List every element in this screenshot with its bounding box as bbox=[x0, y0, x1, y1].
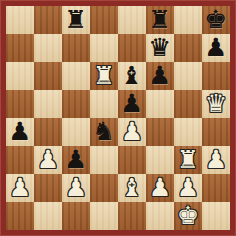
square-e2[interactable]: ♝ bbox=[118, 174, 146, 202]
square-c5[interactable] bbox=[62, 90, 90, 118]
square-e5[interactable]: ♟ bbox=[118, 90, 146, 118]
black-knight[interactable]: ♞ bbox=[93, 118, 115, 146]
square-d8[interactable] bbox=[90, 6, 118, 34]
square-h4[interactable] bbox=[202, 118, 230, 146]
black-bishop[interactable]: ♝ bbox=[121, 62, 143, 90]
white-rook[interactable]: ♜ bbox=[93, 62, 115, 90]
square-b8[interactable] bbox=[34, 6, 62, 34]
white-pawn[interactable]: ♟ bbox=[121, 118, 143, 146]
black-rook[interactable]: ♜ bbox=[65, 6, 87, 34]
white-pawn[interactable]: ♟ bbox=[205, 146, 227, 174]
square-e3[interactable] bbox=[118, 146, 146, 174]
square-f1[interactable] bbox=[146, 202, 174, 230]
square-h2[interactable] bbox=[202, 174, 230, 202]
square-a2[interactable]: ♟ bbox=[6, 174, 34, 202]
white-bishop[interactable]: ♝ bbox=[121, 174, 143, 202]
square-f2[interactable]: ♟ bbox=[146, 174, 174, 202]
square-b3[interactable]: ♟ bbox=[34, 146, 62, 174]
white-pawn[interactable]: ♟ bbox=[149, 174, 171, 202]
square-g8[interactable] bbox=[174, 6, 202, 34]
square-a4[interactable]: ♟ bbox=[6, 118, 34, 146]
black-king[interactable]: ♚ bbox=[205, 6, 227, 34]
square-g3[interactable]: ♜ bbox=[174, 146, 202, 174]
square-b1[interactable] bbox=[34, 202, 62, 230]
square-f3[interactable] bbox=[146, 146, 174, 174]
square-f4[interactable] bbox=[146, 118, 174, 146]
white-king[interactable]: ♚ bbox=[177, 202, 199, 230]
square-d7[interactable] bbox=[90, 34, 118, 62]
square-e7[interactable] bbox=[118, 34, 146, 62]
white-pawn[interactable]: ♟ bbox=[65, 174, 87, 202]
square-c8[interactable]: ♜ bbox=[62, 6, 90, 34]
black-queen[interactable]: ♛ bbox=[149, 34, 171, 62]
chess-board: ♜♜♚♛♟♜♝♟♟♛♟♞♟♟♟♜♟♟♟♝♟♟♚ bbox=[6, 6, 230, 230]
square-f5[interactable] bbox=[146, 90, 174, 118]
square-f8[interactable]: ♜ bbox=[146, 6, 174, 34]
square-b7[interactable] bbox=[34, 34, 62, 62]
square-h6[interactable] bbox=[202, 62, 230, 90]
square-a8[interactable] bbox=[6, 6, 34, 34]
square-g1[interactable]: ♚ bbox=[174, 202, 202, 230]
square-b5[interactable] bbox=[34, 90, 62, 118]
square-d6[interactable]: ♜ bbox=[90, 62, 118, 90]
square-g7[interactable] bbox=[174, 34, 202, 62]
square-h7[interactable]: ♟ bbox=[202, 34, 230, 62]
square-f7[interactable]: ♛ bbox=[146, 34, 174, 62]
square-c6[interactable] bbox=[62, 62, 90, 90]
white-queen[interactable]: ♛ bbox=[205, 90, 227, 118]
black-pawn[interactable]: ♟ bbox=[9, 118, 31, 146]
square-g5[interactable] bbox=[174, 90, 202, 118]
square-g6[interactable] bbox=[174, 62, 202, 90]
black-pawn[interactable]: ♟ bbox=[121, 90, 143, 118]
square-c3[interactable]: ♟ bbox=[62, 146, 90, 174]
square-a1[interactable] bbox=[6, 202, 34, 230]
square-c2[interactable]: ♟ bbox=[62, 174, 90, 202]
square-d5[interactable] bbox=[90, 90, 118, 118]
square-g2[interactable]: ♟ bbox=[174, 174, 202, 202]
board-frame: ♜♜♚♛♟♜♝♟♟♛♟♞♟♟♟♜♟♟♟♝♟♟♚ bbox=[0, 0, 236, 236]
white-rook[interactable]: ♜ bbox=[177, 146, 199, 174]
black-rook[interactable]: ♜ bbox=[149, 6, 171, 34]
square-b6[interactable] bbox=[34, 62, 62, 90]
square-e6[interactable]: ♝ bbox=[118, 62, 146, 90]
square-b4[interactable] bbox=[34, 118, 62, 146]
square-e4[interactable]: ♟ bbox=[118, 118, 146, 146]
square-d1[interactable] bbox=[90, 202, 118, 230]
white-pawn[interactable]: ♟ bbox=[37, 146, 59, 174]
black-pawn[interactable]: ♟ bbox=[149, 62, 171, 90]
square-h1[interactable] bbox=[202, 202, 230, 230]
square-a6[interactable] bbox=[6, 62, 34, 90]
square-e1[interactable] bbox=[118, 202, 146, 230]
square-h5[interactable]: ♛ bbox=[202, 90, 230, 118]
square-h8[interactable]: ♚ bbox=[202, 6, 230, 34]
white-pawn[interactable]: ♟ bbox=[177, 174, 199, 202]
black-pawn[interactable]: ♟ bbox=[205, 34, 227, 62]
square-a5[interactable] bbox=[6, 90, 34, 118]
square-h3[interactable]: ♟ bbox=[202, 146, 230, 174]
square-d4[interactable]: ♞ bbox=[90, 118, 118, 146]
square-d3[interactable] bbox=[90, 146, 118, 174]
square-b2[interactable] bbox=[34, 174, 62, 202]
white-pawn[interactable]: ♟ bbox=[9, 174, 31, 202]
square-d2[interactable] bbox=[90, 174, 118, 202]
square-a3[interactable] bbox=[6, 146, 34, 174]
black-pawn[interactable]: ♟ bbox=[65, 146, 87, 174]
square-c7[interactable] bbox=[62, 34, 90, 62]
square-f6[interactable]: ♟ bbox=[146, 62, 174, 90]
square-a7[interactable] bbox=[6, 34, 34, 62]
square-c4[interactable] bbox=[62, 118, 90, 146]
square-e8[interactable] bbox=[118, 6, 146, 34]
square-g4[interactable] bbox=[174, 118, 202, 146]
square-c1[interactable] bbox=[62, 202, 90, 230]
